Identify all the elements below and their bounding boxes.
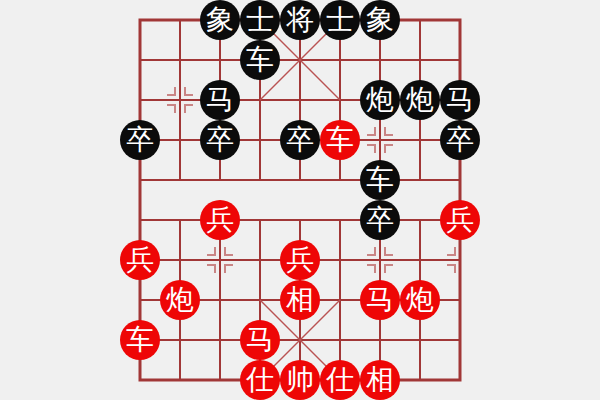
piece-red-soldier[interactable]: 兵: [200, 200, 240, 240]
piece-red-advisor[interactable]: 仕: [240, 360, 280, 400]
piece-red-horse[interactable]: 马: [360, 280, 400, 320]
piece-black-soldier[interactable]: 卒: [440, 120, 480, 160]
piece-black-soldier[interactable]: 卒: [120, 120, 160, 160]
piece-red-chariot[interactable]: 车: [320, 120, 360, 160]
piece-red-horse[interactable]: 马: [240, 320, 280, 360]
piece-black-chariot[interactable]: 车: [240, 40, 280, 80]
piece-red-soldier[interactable]: 兵: [120, 240, 160, 280]
piece-black-horse[interactable]: 马: [440, 80, 480, 120]
piece-black-elephant[interactable]: 象: [200, 0, 240, 40]
xiangqi-pieces-layer: 象士将士象车马炮炮马卒卒卒车卒车兵卒兵兵兵炮相马炮车马仕帅仕相: [120, 0, 480, 400]
piece-black-soldier[interactable]: 卒: [200, 120, 240, 160]
piece-black-advisor[interactable]: 士: [320, 0, 360, 40]
piece-black-horse[interactable]: 马: [200, 80, 240, 120]
piece-red-elephant[interactable]: 相: [280, 280, 320, 320]
piece-red-elephant[interactable]: 相: [360, 360, 400, 400]
piece-black-soldier[interactable]: 卒: [280, 120, 320, 160]
piece-red-general[interactable]: 帅: [280, 360, 320, 400]
piece-red-advisor[interactable]: 仕: [320, 360, 360, 400]
xiangqi-app: 象士将士象车马炮炮马卒卒卒车卒车兵卒兵兵兵炮相马炮车马仕帅仕相: [0, 0, 600, 400]
piece-black-general[interactable]: 将: [280, 0, 320, 40]
piece-black-cannon[interactable]: 炮: [360, 80, 400, 120]
piece-red-chariot[interactable]: 车: [120, 320, 160, 360]
piece-black-advisor[interactable]: 士: [240, 0, 280, 40]
piece-red-soldier[interactable]: 兵: [280, 240, 320, 280]
piece-red-soldier[interactable]: 兵: [440, 200, 480, 240]
piece-black-soldier[interactable]: 卒: [360, 200, 400, 240]
piece-red-cannon[interactable]: 炮: [400, 280, 440, 320]
piece-black-elephant[interactable]: 象: [360, 0, 400, 40]
piece-black-cannon[interactable]: 炮: [400, 80, 440, 120]
piece-black-chariot[interactable]: 车: [360, 160, 400, 200]
piece-red-cannon[interactable]: 炮: [160, 280, 200, 320]
